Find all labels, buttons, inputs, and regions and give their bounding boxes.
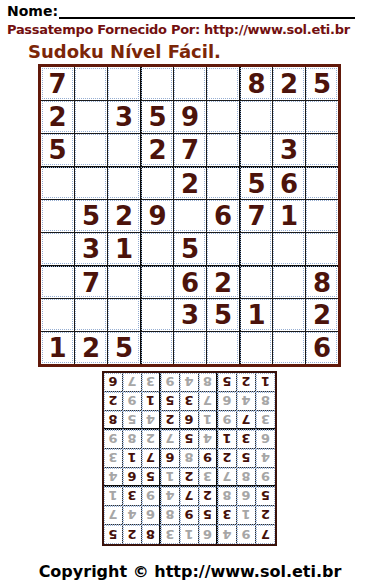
solution-cell-r4c4: 3 <box>199 468 218 487</box>
puzzle-cell-r8c2 <box>74 298 107 331</box>
page-title: Sudoku Nível Fácil. <box>28 41 221 62</box>
puzzle-cell-r8c1 <box>41 298 74 331</box>
solution-cell-r7c2: 7 <box>237 411 256 430</box>
puzzle-cell-r5c6: 6 <box>206 199 239 232</box>
solution-cell-r6c7: 2 <box>142 430 161 449</box>
solution-cell-r5c3: 2 <box>218 449 237 468</box>
solution-cell-r8c3: 6 <box>218 392 237 411</box>
solution-cell-r4c5: 2 <box>180 468 199 487</box>
puzzle-cell-r9c4 <box>140 331 173 364</box>
puzzle-cell-r8c7: 1 <box>239 298 272 331</box>
solution-cell-r1c6: 3 <box>161 525 180 544</box>
puzzle-cell-r3c3 <box>107 133 140 166</box>
puzzle-cell-r6c9 <box>305 232 338 265</box>
puzzle-cell-r3c9 <box>305 133 338 166</box>
puzzle-cell-r6c1 <box>41 232 74 265</box>
solution-cell-r2c6: 8 <box>161 506 180 525</box>
puzzle-cell-r4c5: 2 <box>173 166 206 199</box>
solution-cell-r3c8: 3 <box>123 487 142 506</box>
puzzle-cell-r6c3: 1 <box>107 232 140 265</box>
solution-cell-r3c1: 5 <box>256 487 275 506</box>
puzzle-cell-r4c2 <box>74 166 107 199</box>
puzzle-cell-r2c3: 3 <box>107 100 140 133</box>
solution-cell-r9c3: 5 <box>218 373 237 392</box>
footer-copyright: Copyright © http://www.sol.eti.br <box>0 562 380 581</box>
puzzle-cell-r6c2: 3 <box>74 232 107 265</box>
solution-cell-r7c8: 5 <box>123 411 142 430</box>
puzzle-cell-r3c7 <box>239 133 272 166</box>
solution-cell-r5c2: 5 <box>237 449 256 468</box>
solution-cell-r7c9: 8 <box>104 411 123 430</box>
puzzle-cell-r5c5 <box>173 199 206 232</box>
puzzle-cell-r9c2: 2 <box>74 331 107 364</box>
puzzle-cell-r4c4 <box>140 166 173 199</box>
solution-cell-r9c9: 6 <box>104 373 123 392</box>
sudoku-printable-page: Nome: Passatempo Fornecido Por: http://w… <box>0 0 380 585</box>
puzzle-cell-r2c1: 2 <box>41 100 74 133</box>
solution-cell-r2c5: 9 <box>180 506 199 525</box>
solution-grid-rotated-180: 7946138252135986475682749319873215644529… <box>102 371 277 546</box>
puzzle-cell-r2c7 <box>239 100 272 133</box>
puzzle-cell-r1c2 <box>74 67 107 100</box>
puzzle-cell-r7c6: 2 <box>206 265 239 298</box>
solution-cell-r5c8: 1 <box>123 449 142 468</box>
puzzle-cell-r6c4 <box>140 232 173 265</box>
solution-cell-r3c2: 6 <box>237 487 256 506</box>
puzzle-cell-r1c1: 7 <box>41 67 74 100</box>
puzzle-cell-r8c5: 3 <box>173 298 206 331</box>
solution-cell-r8c6: 5 <box>161 392 180 411</box>
solution-cell-r8c5: 3 <box>180 392 199 411</box>
puzzle-cell-r4c6 <box>206 166 239 199</box>
puzzle-cell-r7c7 <box>239 265 272 298</box>
puzzle-cell-r7c2: 7 <box>74 265 107 298</box>
puzzle-cell-r1c7: 8 <box>239 67 272 100</box>
puzzle-cell-r7c8 <box>272 265 305 298</box>
puzzle-cell-r1c9: 5 <box>305 67 338 100</box>
puzzle-cell-r2c9 <box>305 100 338 133</box>
puzzle-cell-r9c5 <box>173 331 206 364</box>
puzzle-cell-r1c6 <box>206 67 239 100</box>
solution-cell-r4c3: 7 <box>218 468 237 487</box>
puzzle-cell-r3c5: 7 <box>173 133 206 166</box>
puzzle-cell-r5c9 <box>305 199 338 232</box>
puzzle-cell-r2c8 <box>272 100 305 133</box>
puzzle-cell-r7c1 <box>41 265 74 298</box>
solution-cell-r4c8: 6 <box>123 468 142 487</box>
solution-cell-r1c5: 1 <box>180 525 199 544</box>
solution-cell-r7c7: 4 <box>142 411 161 430</box>
puzzle-cell-r6c7 <box>239 232 272 265</box>
solution-cell-r8c8: 9 <box>123 392 142 411</box>
puzzle-cell-r3c8: 3 <box>272 133 305 166</box>
puzzle-cell-r1c4 <box>140 67 173 100</box>
puzzle-cell-r6c8 <box>272 232 305 265</box>
puzzle-cell-r5c3: 2 <box>107 199 140 232</box>
puzzle-cell-r4c8: 6 <box>272 166 305 199</box>
solution-cell-r8c9: 2 <box>104 392 123 411</box>
puzzle-cell-r9c6 <box>206 331 239 364</box>
solution-cell-r6c2: 3 <box>237 430 256 449</box>
puzzle-cell-r9c3: 5 <box>107 331 140 364</box>
solution-cell-r1c1: 7 <box>256 525 275 544</box>
solution-cell-r2c9: 7 <box>104 506 123 525</box>
name-blank-line <box>59 3 355 19</box>
puzzle-cell-r5c4: 9 <box>140 199 173 232</box>
solution-cell-r5c4: 9 <box>199 449 218 468</box>
solution-cell-r6c5: 5 <box>180 430 199 449</box>
solution-cell-r1c3: 4 <box>218 525 237 544</box>
puzzle-cell-r3c2 <box>74 133 107 166</box>
solution-cell-r8c2: 4 <box>237 392 256 411</box>
solution-cell-r8c4: 7 <box>199 392 218 411</box>
puzzle-cell-r3c4: 2 <box>140 133 173 166</box>
puzzle-cell-r2c6 <box>206 100 239 133</box>
solution-cell-r7c3: 9 <box>218 411 237 430</box>
solution-cell-r9c1: 1 <box>256 373 275 392</box>
solution-cell-r3c5: 7 <box>180 487 199 506</box>
solution-cell-r6c4: 4 <box>199 430 218 449</box>
puzzle-cell-r8c8 <box>272 298 305 331</box>
puzzle-grid: 782523595273256529671315762835121256 <box>38 64 341 367</box>
name-row: Nome: <box>7 3 355 19</box>
puzzle-cell-r7c5: 6 <box>173 265 206 298</box>
solution-cell-r8c7: 1 <box>142 392 161 411</box>
solution-cell-r9c7: 3 <box>142 373 161 392</box>
solution-cell-r5c1: 4 <box>256 449 275 468</box>
solution-cell-r5c6: 6 <box>161 449 180 468</box>
puzzle-cell-r5c1 <box>41 199 74 232</box>
solution-cell-r5c5: 8 <box>180 449 199 468</box>
puzzle-cell-r9c9: 6 <box>305 331 338 364</box>
puzzle-cell-r4c3 <box>107 166 140 199</box>
solution-cell-r2c3: 3 <box>218 506 237 525</box>
puzzle-cell-r2c4: 5 <box>140 100 173 133</box>
puzzle-cell-r8c6: 5 <box>206 298 239 331</box>
solution-cell-r7c6: 2 <box>161 411 180 430</box>
solution-cell-r2c7: 6 <box>142 506 161 525</box>
solution-cell-r2c4: 5 <box>199 506 218 525</box>
solution-cell-r4c1: 9 <box>256 468 275 487</box>
puzzle-cell-r5c7: 7 <box>239 199 272 232</box>
solution-cell-r6c3: 1 <box>218 430 237 449</box>
puzzle-cell-r1c8: 2 <box>272 67 305 100</box>
provider-line: Passatempo Fornecido Por: http://www.sol… <box>7 22 377 37</box>
puzzle-cell-r7c4 <box>140 265 173 298</box>
solution-cell-r7c4: 1 <box>199 411 218 430</box>
puzzle-cell-r7c3 <box>107 265 140 298</box>
solution-cell-r1c8: 2 <box>123 525 142 544</box>
solution-cell-r6c9: 9 <box>104 430 123 449</box>
solution-cell-r1c7: 8 <box>142 525 161 544</box>
solution-cell-r9c8: 7 <box>123 373 142 392</box>
solution-cell-r6c1: 6 <box>256 430 275 449</box>
puzzle-cell-r1c3 <box>107 67 140 100</box>
solution-cell-r9c6: 9 <box>161 373 180 392</box>
solution-cell-r1c2: 9 <box>237 525 256 544</box>
puzzle-cell-r9c1: 1 <box>41 331 74 364</box>
solution-cell-r9c5: 4 <box>180 373 199 392</box>
solution-cell-r9c4: 8 <box>199 373 218 392</box>
puzzle-cell-r2c2 <box>74 100 107 133</box>
solution-cell-r4c7: 5 <box>142 468 161 487</box>
solution-cell-r7c5: 6 <box>180 411 199 430</box>
puzzle-cell-r8c3 <box>107 298 140 331</box>
puzzle-cell-r6c5: 5 <box>173 232 206 265</box>
puzzle-cell-r2c5: 9 <box>173 100 206 133</box>
solution-cell-r4c9: 4 <box>104 468 123 487</box>
solution-cell-r4c6: 1 <box>161 468 180 487</box>
solution-cell-r8c1: 8 <box>256 392 275 411</box>
solution-cell-r4c2: 8 <box>237 468 256 487</box>
puzzle-cell-r8c4 <box>140 298 173 331</box>
solution-cell-r1c4: 6 <box>199 525 218 544</box>
puzzle-cell-r4c1 <box>41 166 74 199</box>
puzzle-cell-r5c8: 1 <box>272 199 305 232</box>
solution-cell-r3c6: 4 <box>161 487 180 506</box>
solution-cell-r6c8: 8 <box>123 430 142 449</box>
solution-cell-r1c9: 5 <box>104 525 123 544</box>
puzzle-cell-r3c6 <box>206 133 239 166</box>
solution-cell-r6c6: 7 <box>161 430 180 449</box>
solution-cell-r3c3: 8 <box>218 487 237 506</box>
solution-cell-r7c1: 3 <box>256 411 275 430</box>
solution-cell-r9c2: 2 <box>237 373 256 392</box>
puzzle-cell-r7c9: 8 <box>305 265 338 298</box>
solution-cell-r5c7: 7 <box>142 449 161 468</box>
puzzle-cell-r4c7: 5 <box>239 166 272 199</box>
puzzle-cell-r6c6 <box>206 232 239 265</box>
puzzle-cell-r4c9 <box>305 166 338 199</box>
solution-cell-r2c8: 4 <box>123 506 142 525</box>
name-label: Nome: <box>7 3 58 19</box>
puzzle-cell-r3c1: 5 <box>41 133 74 166</box>
puzzle-cell-r8c9: 2 <box>305 298 338 331</box>
solution-cell-r3c4: 2 <box>199 487 218 506</box>
puzzle-cell-r1c5 <box>173 67 206 100</box>
puzzle-cell-r9c8 <box>272 331 305 364</box>
solution-cell-r5c9: 3 <box>104 449 123 468</box>
puzzle-cell-r5c2: 5 <box>74 199 107 232</box>
solution-cell-r2c2: 1 <box>237 506 256 525</box>
solution-cell-r3c7: 9 <box>142 487 161 506</box>
solution-cell-r2c1: 2 <box>256 506 275 525</box>
puzzle-cell-r9c7 <box>239 331 272 364</box>
solution-cell-r3c9: 1 <box>104 487 123 506</box>
